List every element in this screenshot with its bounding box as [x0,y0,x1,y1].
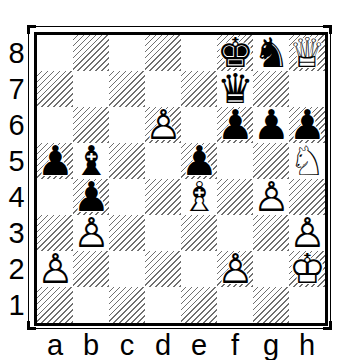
square-c2[interactable] [109,251,145,287]
square-a8[interactable] [37,35,73,71]
white-knight-h5[interactable]: ♞♘ [289,143,325,179]
square-c5[interactable] [109,143,145,179]
black-pawn-icon: ♟ [253,107,290,143]
file-label-g: g [253,329,289,360]
black-knight-g8[interactable]: ♞♞ [253,35,289,71]
chess-diagram: ♚♚♞♞♛♕♛♛♟♙♟♟♟♟♟♟♟♟♝♝♟♟♞♘♟♟♝♗♟♙♟♙♟♙♟♙♟♙♚♔… [0,0,360,360]
file-label-a: a [37,329,73,360]
square-g1[interactable] [253,287,289,323]
square-g6[interactable]: ♟♟ [253,107,289,143]
white-queen-icon: ♕ [289,35,326,71]
white-bishop-icon: ♗ [181,179,218,215]
black-knight-icon: ♞ [253,35,290,71]
white-pawn-g4[interactable]: ♟♙ [253,179,289,215]
white-pawn-icon: ♙ [253,179,290,215]
square-h2[interactable]: ♚♔ [289,251,325,287]
square-b2[interactable] [73,251,109,287]
rank-label-5: 5 [0,143,33,179]
rank-label-4: 4 [0,179,33,215]
white-pawn-d6[interactable]: ♟♙ [145,107,181,143]
white-king-icon: ♔ [289,251,326,287]
black-pawn-a5[interactable]: ♟♟ [37,143,73,179]
square-c8[interactable] [109,35,145,71]
square-f2[interactable]: ♟♙ [217,251,253,287]
file-labels: abcdefgh [37,329,325,360]
white-pawn-b3[interactable]: ♟♙ [73,215,109,251]
white-pawn-icon: ♙ [73,215,110,251]
white-pawn-icon: ♙ [37,251,74,287]
square-b3[interactable]: ♟♙ [73,215,109,251]
white-bishop-e4[interactable]: ♝♗ [181,179,217,215]
square-b1[interactable] [73,287,109,323]
square-f5[interactable] [217,143,253,179]
square-d1[interactable] [145,287,181,323]
file-label-f: f [217,329,253,360]
square-a5[interactable]: ♟♟ [37,143,73,179]
rank-label-2: 2 [0,251,33,287]
square-b7[interactable] [73,71,109,107]
square-g2[interactable] [253,251,289,287]
square-e7[interactable] [181,71,217,107]
square-d4[interactable] [145,179,181,215]
square-b8[interactable] [73,35,109,71]
square-e3[interactable] [181,215,217,251]
black-pawn-icon: ♟ [37,143,74,179]
black-pawn-icon: ♟ [217,107,254,143]
square-f6[interactable]: ♟♟ [217,107,253,143]
white-pawn-icon: ♙ [145,107,182,143]
rank-label-1: 1 [0,287,33,323]
square-a4[interactable] [37,179,73,215]
square-a1[interactable] [37,287,73,323]
square-h5[interactable]: ♞♘ [289,143,325,179]
square-e8[interactable] [181,35,217,71]
rank-label-3: 3 [0,215,33,251]
square-a2[interactable]: ♟♙ [37,251,73,287]
file-label-c: c [109,329,145,360]
white-king-h2[interactable]: ♚♔ [289,251,325,287]
square-d5[interactable] [145,143,181,179]
rank-label-6: 6 [0,107,33,143]
black-pawn-f6[interactable]: ♟♟ [217,107,253,143]
file-label-d: d [145,329,181,360]
square-c7[interactable] [109,71,145,107]
square-c3[interactable] [109,215,145,251]
square-c4[interactable] [109,179,145,215]
rank-label-7: 7 [0,71,33,107]
square-e4[interactable]: ♝♗ [181,179,217,215]
rank-labels: 87654321 [0,35,33,323]
white-pawn-f2[interactable]: ♟♙ [217,251,253,287]
white-pawn-a2[interactable]: ♟♙ [37,251,73,287]
square-g4[interactable]: ♟♙ [253,179,289,215]
square-g8[interactable]: ♞♞ [253,35,289,71]
white-queen-h8[interactable]: ♛♕ [289,35,325,71]
square-c1[interactable] [109,287,145,323]
square-a7[interactable] [37,71,73,107]
white-pawn-icon: ♙ [217,251,254,287]
square-f1[interactable] [217,287,253,323]
square-h8[interactable]: ♛♕ [289,35,325,71]
square-e1[interactable] [181,287,217,323]
file-label-h: h [289,329,325,360]
square-d2[interactable] [145,251,181,287]
square-c6[interactable] [109,107,145,143]
square-d8[interactable] [145,35,181,71]
square-g3[interactable] [253,215,289,251]
square-d6[interactable]: ♟♙ [145,107,181,143]
black-pawn-g6[interactable]: ♟♟ [253,107,289,143]
square-d3[interactable] [145,215,181,251]
square-f4[interactable] [217,179,253,215]
rank-label-8: 8 [0,35,33,71]
square-e2[interactable] [181,251,217,287]
white-knight-icon: ♘ [289,143,326,179]
file-label-e: e [181,329,217,360]
square-h1[interactable] [289,287,325,323]
chessboard: ♚♚♞♞♛♕♛♛♟♙♟♟♟♟♟♟♟♟♝♝♟♟♞♘♟♟♝♗♟♙♟♙♟♙♟♙♟♙♚♔ [37,35,325,323]
file-label-b: b [73,329,109,360]
